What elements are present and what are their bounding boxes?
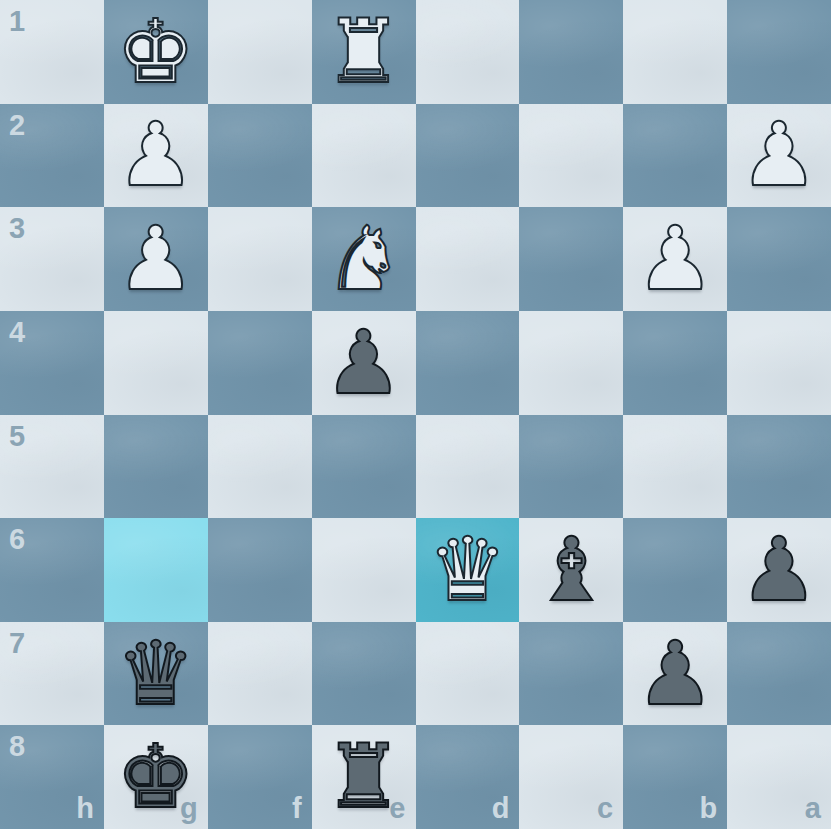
square-g6[interactable]	[104, 518, 208, 622]
rank-label-7: 7	[9, 627, 25, 660]
square-a5[interactable]	[727, 415, 831, 519]
black-bishop[interactable]: ♝	[519, 518, 623, 622]
black-king[interactable]: ♚	[104, 725, 208, 829]
file-label-b: b	[699, 792, 717, 825]
square-h2[interactable]: 2	[0, 104, 104, 208]
black-pawn[interactable]: ♟	[312, 311, 416, 415]
square-d8[interactable]: d	[416, 725, 520, 829]
square-f7[interactable]	[208, 622, 312, 726]
square-f6[interactable]	[208, 518, 312, 622]
white-knight[interactable]: ♞	[312, 207, 416, 311]
rank-label-6: 6	[9, 523, 25, 556]
square-g8[interactable]: g♚	[104, 725, 208, 829]
square-c6[interactable]: ♝	[519, 518, 623, 622]
square-e3[interactable]: ♞	[312, 207, 416, 311]
square-e8[interactable]: e♜	[312, 725, 416, 829]
square-d6[interactable]: ♛	[416, 518, 520, 622]
square-h7[interactable]: 7	[0, 622, 104, 726]
square-b5[interactable]	[623, 415, 727, 519]
square-f3[interactable]	[208, 207, 312, 311]
square-d4[interactable]	[416, 311, 520, 415]
square-a6[interactable]: ♟	[727, 518, 831, 622]
square-b7[interactable]: ♟	[623, 622, 727, 726]
square-b4[interactable]	[623, 311, 727, 415]
square-a4[interactable]	[727, 311, 831, 415]
square-h6[interactable]: 6	[0, 518, 104, 622]
square-a1[interactable]	[727, 0, 831, 104]
square-g3[interactable]: ♟	[104, 207, 208, 311]
square-h8[interactable]: 8h	[0, 725, 104, 829]
black-rook[interactable]: ♜	[312, 725, 416, 829]
square-f5[interactable]	[208, 415, 312, 519]
square-e4[interactable]: ♟	[312, 311, 416, 415]
square-f1[interactable]	[208, 0, 312, 104]
square-c4[interactable]	[519, 311, 623, 415]
file-label-a: a	[805, 792, 821, 825]
rank-label-1: 1	[9, 5, 25, 38]
square-h5[interactable]: 5	[0, 415, 104, 519]
rank-label-8: 8	[9, 730, 25, 763]
black-queen[interactable]: ♛	[104, 622, 208, 726]
square-c1[interactable]	[519, 0, 623, 104]
square-f8[interactable]: f	[208, 725, 312, 829]
square-e7[interactable]	[312, 622, 416, 726]
square-a7[interactable]	[727, 622, 831, 726]
square-g7[interactable]: ♛	[104, 622, 208, 726]
rank-label-4: 4	[9, 316, 25, 349]
white-pawn[interactable]: ♟	[104, 207, 208, 311]
square-d5[interactable]	[416, 415, 520, 519]
square-b3[interactable]: ♟	[623, 207, 727, 311]
file-label-f: f	[292, 792, 302, 825]
white-queen[interactable]: ♛	[416, 518, 520, 622]
square-h3[interactable]: 3	[0, 207, 104, 311]
white-rook[interactable]: ♜	[312, 0, 416, 104]
square-d2[interactable]	[416, 104, 520, 208]
square-c2[interactable]	[519, 104, 623, 208]
square-a2[interactable]: ♟	[727, 104, 831, 208]
white-pawn[interactable]: ♟	[623, 207, 727, 311]
square-c7[interactable]	[519, 622, 623, 726]
chess-board: 1♚♜2♟♟3♟♞♟4♟56♛♝♟7♛♟8hg♚fe♜dcba	[0, 0, 831, 829]
square-c5[interactable]	[519, 415, 623, 519]
square-h1[interactable]: 1	[0, 0, 104, 104]
square-b8[interactable]: b	[623, 725, 727, 829]
square-g5[interactable]	[104, 415, 208, 519]
square-d7[interactable]	[416, 622, 520, 726]
square-b2[interactable]	[623, 104, 727, 208]
file-label-d: d	[492, 792, 510, 825]
square-b1[interactable]	[623, 0, 727, 104]
square-e5[interactable]	[312, 415, 416, 519]
square-d1[interactable]	[416, 0, 520, 104]
square-c8[interactable]: c	[519, 725, 623, 829]
square-b6[interactable]	[623, 518, 727, 622]
file-label-h: h	[76, 792, 94, 825]
square-e1[interactable]: ♜	[312, 0, 416, 104]
square-f2[interactable]	[208, 104, 312, 208]
square-e6[interactable]	[312, 518, 416, 622]
file-label-c: c	[597, 792, 613, 825]
square-a3[interactable]	[727, 207, 831, 311]
rank-label-3: 3	[9, 212, 25, 245]
black-pawn[interactable]: ♟	[623, 622, 727, 726]
square-c3[interactable]	[519, 207, 623, 311]
square-d3[interactable]	[416, 207, 520, 311]
square-g4[interactable]	[104, 311, 208, 415]
black-pawn[interactable]: ♟	[727, 518, 831, 622]
white-king[interactable]: ♚	[104, 0, 208, 104]
square-h4[interactable]: 4	[0, 311, 104, 415]
white-pawn[interactable]: ♟	[104, 104, 208, 208]
square-g2[interactable]: ♟	[104, 104, 208, 208]
rank-label-5: 5	[9, 420, 25, 453]
white-pawn[interactable]: ♟	[727, 104, 831, 208]
square-f4[interactable]	[208, 311, 312, 415]
square-g1[interactable]: ♚	[104, 0, 208, 104]
rank-label-2: 2	[9, 109, 25, 142]
square-a8[interactable]: a	[727, 725, 831, 829]
square-e2[interactable]	[312, 104, 416, 208]
